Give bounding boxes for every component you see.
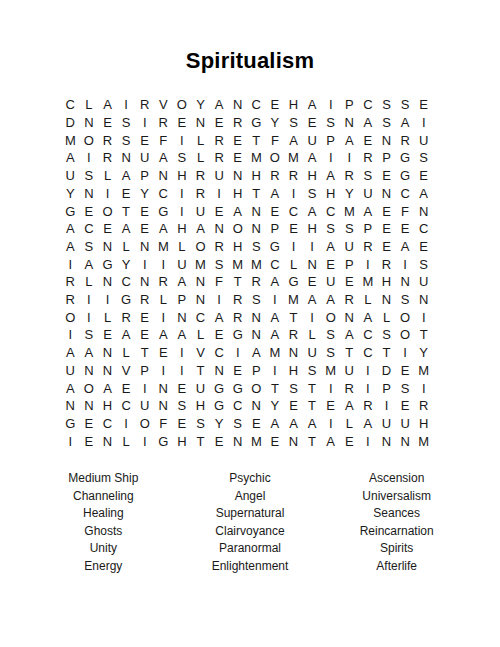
grid-cell[interactable]: A	[284, 131, 303, 149]
grid-cell[interactable]: N	[98, 273, 117, 291]
grid-cell[interactable]: I	[284, 238, 303, 256]
grid-cell[interactable]: G	[396, 167, 415, 185]
grid-cell[interactable]: H	[284, 362, 303, 380]
grid-cell[interactable]: E	[98, 114, 117, 132]
grid-cell[interactable]: L	[359, 291, 378, 309]
grid-cell[interactable]: Y	[61, 185, 80, 203]
grid-cell[interactable]: N	[191, 273, 210, 291]
grid-cell[interactable]: S	[247, 291, 266, 309]
grid-cell[interactable]: E	[80, 432, 99, 450]
grid-cell[interactable]: E	[284, 397, 303, 415]
grid-cell[interactable]: T	[284, 308, 303, 326]
grid-cell[interactable]: T	[340, 344, 359, 362]
grid-cell[interactable]: E	[210, 114, 229, 132]
grid-cell[interactable]: I	[321, 415, 340, 433]
grid-cell[interactable]: R	[340, 291, 359, 309]
grid-cell[interactable]: R	[340, 167, 359, 185]
grid-cell[interactable]: I	[117, 96, 136, 114]
grid-cell[interactable]: E	[98, 326, 117, 344]
grid-cell[interactable]: L	[98, 308, 117, 326]
grid-cell[interactable]: S	[303, 362, 322, 380]
grid-cell[interactable]: R	[359, 149, 378, 167]
grid-cell[interactable]: O	[173, 96, 192, 114]
grid-cell[interactable]: N	[377, 131, 396, 149]
grid-cell[interactable]: I	[173, 344, 192, 362]
grid-cell[interactable]: H	[173, 432, 192, 450]
grid-cell[interactable]: O	[191, 238, 210, 256]
grid-cell[interactable]: E	[321, 397, 340, 415]
grid-cell[interactable]: S	[377, 326, 396, 344]
grid-cell[interactable]: I	[266, 291, 285, 309]
grid-cell[interactable]: E	[266, 96, 285, 114]
grid-cell[interactable]: G	[247, 114, 266, 132]
grid-cell[interactable]: L	[340, 415, 359, 433]
grid-cell[interactable]: P	[377, 379, 396, 397]
grid-cell[interactable]: S	[321, 326, 340, 344]
grid-cell[interactable]: E	[359, 131, 378, 149]
grid-cell[interactable]: E	[98, 220, 117, 238]
grid-cell[interactable]: A	[191, 220, 210, 238]
grid-cell[interactable]: C	[247, 96, 266, 114]
grid-cell[interactable]: O	[80, 131, 99, 149]
grid-cell[interactable]: E	[247, 415, 266, 433]
grid-cell[interactable]: T	[414, 326, 433, 344]
grid-cell[interactable]: S	[414, 255, 433, 273]
grid-cell[interactable]: T	[266, 379, 285, 397]
grid-cell[interactable]: U	[303, 344, 322, 362]
grid-cell[interactable]: N	[396, 432, 415, 450]
grid-cell[interactable]: U	[191, 379, 210, 397]
grid-cell[interactable]: A	[359, 308, 378, 326]
grid-cell[interactable]: N	[247, 326, 266, 344]
grid-cell[interactable]: L	[98, 167, 117, 185]
grid-cell[interactable]: R	[247, 273, 266, 291]
grid-cell[interactable]: S	[117, 131, 136, 149]
grid-cell[interactable]: U	[303, 131, 322, 149]
grid-cell[interactable]: C	[80, 220, 99, 238]
grid-cell[interactable]: E	[414, 96, 433, 114]
grid-cell[interactable]: Y	[191, 96, 210, 114]
grid-cell[interactable]: R	[377, 255, 396, 273]
grid-cell[interactable]: N	[80, 185, 99, 203]
grid-cell[interactable]: C	[396, 185, 415, 203]
grid-cell[interactable]: I	[80, 149, 99, 167]
grid-cell[interactable]: G	[266, 238, 285, 256]
grid-cell[interactable]: Y	[340, 185, 359, 203]
grid-cell[interactable]: S	[377, 96, 396, 114]
grid-cell[interactable]: I	[61, 326, 80, 344]
grid-cell[interactable]: U	[377, 415, 396, 433]
grid-cell[interactable]: A	[340, 326, 359, 344]
grid-cell[interactable]: H	[377, 273, 396, 291]
grid-cell[interactable]: A	[61, 238, 80, 256]
grid-cell[interactable]: D	[61, 114, 80, 132]
grid-cell[interactable]: N	[340, 114, 359, 132]
grid-cell[interactable]: N	[135, 273, 154, 291]
grid-cell[interactable]: R	[396, 131, 415, 149]
grid-cell[interactable]: I	[396, 344, 415, 362]
grid-cell[interactable]: U	[191, 202, 210, 220]
grid-cell[interactable]: L	[173, 238, 192, 256]
grid-cell[interactable]: P	[377, 149, 396, 167]
grid-cell[interactable]: O	[266, 149, 285, 167]
grid-cell[interactable]: S	[321, 344, 340, 362]
grid-cell[interactable]: E	[228, 149, 247, 167]
grid-cell[interactable]: M	[284, 291, 303, 309]
grid-cell[interactable]: O	[228, 220, 247, 238]
grid-cell[interactable]: R	[61, 273, 80, 291]
grid-cell[interactable]: L	[284, 255, 303, 273]
grid-cell[interactable]: A	[340, 397, 359, 415]
grid-cell[interactable]: N	[210, 220, 229, 238]
grid-cell[interactable]: I	[210, 185, 229, 203]
grid-cell[interactable]: N	[98, 344, 117, 362]
grid-cell[interactable]: I	[396, 255, 415, 273]
grid-cell[interactable]: G	[154, 202, 173, 220]
grid-cell[interactable]: G	[210, 397, 229, 415]
grid-cell[interactable]: E	[135, 326, 154, 344]
grid-cell[interactable]: R	[228, 114, 247, 132]
grid-cell[interactable]: C	[61, 96, 80, 114]
grid-cell[interactable]: M	[414, 362, 433, 380]
grid-cell[interactable]: C	[117, 397, 136, 415]
grid-cell[interactable]: E	[80, 415, 99, 433]
grid-cell[interactable]: P	[247, 362, 266, 380]
grid-cell[interactable]: G	[228, 326, 247, 344]
grid-cell[interactable]: P	[266, 220, 285, 238]
grid-cell[interactable]: N	[98, 238, 117, 256]
grid-cell[interactable]: H	[303, 220, 322, 238]
grid-cell[interactable]: L	[117, 238, 136, 256]
grid-cell[interactable]: A	[154, 149, 173, 167]
grid-cell[interactable]: H	[228, 185, 247, 203]
grid-cell[interactable]: A	[266, 326, 285, 344]
grid-cell[interactable]: M	[61, 131, 80, 149]
grid-cell[interactable]: T	[303, 379, 322, 397]
grid-cell[interactable]: A	[117, 326, 136, 344]
grid-cell[interactable]: G	[61, 202, 80, 220]
grid-cell[interactable]: U	[61, 362, 80, 380]
grid-cell[interactable]: L	[303, 326, 322, 344]
grid-cell[interactable]: N	[247, 308, 266, 326]
grid-cell[interactable]: U	[340, 362, 359, 380]
grid-cell[interactable]: M	[191, 255, 210, 273]
grid-cell[interactable]: N	[228, 167, 247, 185]
grid-cell[interactable]: N	[377, 185, 396, 203]
grid-cell[interactable]: I	[173, 202, 192, 220]
grid-cell[interactable]: S	[80, 326, 99, 344]
grid-cell[interactable]: N	[377, 432, 396, 450]
grid-cell[interactable]: N	[98, 432, 117, 450]
grid-cell[interactable]: L	[117, 344, 136, 362]
grid-cell[interactable]: T	[135, 344, 154, 362]
grid-cell[interactable]: L	[191, 131, 210, 149]
grid-cell[interactable]: U	[414, 273, 433, 291]
grid-cell[interactable]: F	[210, 273, 229, 291]
grid-cell[interactable]: A	[266, 273, 285, 291]
grid-cell[interactable]: E	[414, 167, 433, 185]
grid-cell[interactable]: E	[414, 238, 433, 256]
grid-cell[interactable]: A	[210, 308, 229, 326]
grid-cell[interactable]: S	[321, 220, 340, 238]
grid-cell[interactable]: A	[266, 185, 285, 203]
grid-cell[interactable]: O	[98, 202, 117, 220]
grid-cell[interactable]: O	[321, 308, 340, 326]
grid-cell[interactable]: R	[154, 273, 173, 291]
grid-cell[interactable]: A	[303, 202, 322, 220]
grid-cell[interactable]: A	[321, 238, 340, 256]
grid-cell[interactable]: I	[359, 255, 378, 273]
grid-cell[interactable]: A	[303, 291, 322, 309]
grid-cell[interactable]: I	[414, 308, 433, 326]
grid-cell[interactable]: E	[377, 202, 396, 220]
grid-cell[interactable]: E	[173, 415, 192, 433]
grid-cell[interactable]: H	[98, 397, 117, 415]
grid-cell[interactable]: G	[154, 432, 173, 450]
grid-cell[interactable]: A	[210, 96, 229, 114]
grid-cell[interactable]: A	[340, 131, 359, 149]
grid-cell[interactable]: E	[377, 238, 396, 256]
grid-cell[interactable]: E	[377, 167, 396, 185]
grid-cell[interactable]: N	[191, 114, 210, 132]
grid-cell[interactable]: N	[284, 432, 303, 450]
grid-cell[interactable]: U	[359, 185, 378, 203]
grid-cell[interactable]: T	[303, 397, 322, 415]
grid-cell[interactable]: E	[228, 362, 247, 380]
grid-cell[interactable]: I	[414, 114, 433, 132]
grid-cell[interactable]: R	[284, 167, 303, 185]
grid-cell[interactable]: V	[191, 344, 210, 362]
grid-cell[interactable]: R	[228, 291, 247, 309]
grid-cell[interactable]: M	[359, 273, 378, 291]
grid-cell[interactable]: S	[396, 291, 415, 309]
grid-cell[interactable]: I	[135, 379, 154, 397]
grid-cell[interactable]: U	[396, 415, 415, 433]
grid-cell[interactable]: A	[321, 291, 340, 309]
grid-cell[interactable]: L	[191, 149, 210, 167]
grid-cell[interactable]: S	[80, 167, 99, 185]
grid-cell[interactable]: E	[154, 344, 173, 362]
grid-cell[interactable]: Y	[117, 255, 136, 273]
grid-cell[interactable]: S	[284, 379, 303, 397]
grid-cell[interactable]: E	[321, 255, 340, 273]
grid-cell[interactable]: M	[284, 149, 303, 167]
grid-cell[interactable]: I	[173, 185, 192, 203]
grid-cell[interactable]: N	[135, 238, 154, 256]
grid-cell[interactable]: R	[61, 291, 80, 309]
grid-cell[interactable]: A	[321, 167, 340, 185]
grid-cell[interactable]: C	[321, 202, 340, 220]
grid-cell[interactable]: S	[173, 397, 192, 415]
grid-cell[interactable]: R	[210, 238, 229, 256]
grid-cell[interactable]: P	[173, 291, 192, 309]
grid-cell[interactable]: A	[80, 344, 99, 362]
grid-cell[interactable]: U	[61, 167, 80, 185]
grid-cell[interactable]: S	[396, 96, 415, 114]
grid-cell[interactable]: G	[117, 291, 136, 309]
grid-cell[interactable]: Y	[266, 397, 285, 415]
grid-cell[interactable]: R	[98, 149, 117, 167]
grid-cell[interactable]: R	[228, 308, 247, 326]
grid-cell[interactable]: C	[117, 273, 136, 291]
grid-cell[interactable]: N	[396, 273, 415, 291]
grid-cell[interactable]: S	[228, 415, 247, 433]
grid-cell[interactable]: G	[210, 379, 229, 397]
grid-cell[interactable]: N	[80, 114, 99, 132]
grid-cell[interactable]: A	[247, 344, 266, 362]
grid-cell[interactable]: O	[247, 379, 266, 397]
grid-cell[interactable]: H	[191, 397, 210, 415]
grid-cell[interactable]: A	[266, 308, 285, 326]
grid-cell[interactable]: I	[321, 379, 340, 397]
grid-cell[interactable]: U	[414, 131, 433, 149]
grid-cell[interactable]: U	[135, 397, 154, 415]
grid-cell[interactable]: E	[396, 362, 415, 380]
grid-cell[interactable]: N	[154, 397, 173, 415]
grid-cell[interactable]: T	[191, 432, 210, 450]
grid-cell[interactable]: H	[321, 185, 340, 203]
grid-cell[interactable]: R	[135, 96, 154, 114]
grid-cell[interactable]: P	[340, 255, 359, 273]
grid-cell[interactable]: I	[266, 362, 285, 380]
grid-cell[interactable]: T	[117, 202, 136, 220]
grid-cell[interactable]: A	[154, 220, 173, 238]
grid-cell[interactable]: H	[303, 167, 322, 185]
grid-cell[interactable]: G	[396, 149, 415, 167]
grid-cell[interactable]: F	[266, 131, 285, 149]
grid-cell[interactable]: U	[340, 238, 359, 256]
grid-cell[interactable]: H	[173, 220, 192, 238]
grid-cell[interactable]: S	[303, 185, 322, 203]
grid-cell[interactable]: N	[377, 291, 396, 309]
grid-cell[interactable]: U	[135, 149, 154, 167]
grid-cell[interactable]: R	[210, 149, 229, 167]
grid-cell[interactable]: H	[247, 167, 266, 185]
grid-cell[interactable]: I	[135, 432, 154, 450]
grid-cell[interactable]: H	[284, 96, 303, 114]
grid-cell[interactable]: H	[173, 167, 192, 185]
grid-cell[interactable]: A	[396, 238, 415, 256]
grid-cell[interactable]: C	[210, 344, 229, 362]
grid-cell[interactable]: I	[173, 362, 192, 380]
grid-cell[interactable]: E	[135, 308, 154, 326]
grid-cell[interactable]: A	[154, 326, 173, 344]
grid-cell[interactable]: I	[321, 96, 340, 114]
grid-cell[interactable]: N	[414, 291, 433, 309]
grid-cell[interactable]: Y	[266, 114, 285, 132]
grid-cell[interactable]: M	[247, 255, 266, 273]
grid-cell[interactable]: F	[396, 202, 415, 220]
grid-cell[interactable]: S	[359, 167, 378, 185]
grid-cell[interactable]: I	[98, 185, 117, 203]
grid-cell[interactable]: A	[359, 114, 378, 132]
grid-cell[interactable]: I	[228, 344, 247, 362]
grid-cell[interactable]: F	[154, 415, 173, 433]
grid-cell[interactable]: R	[359, 238, 378, 256]
grid-cell[interactable]: A	[359, 202, 378, 220]
grid-cell[interactable]: A	[173, 326, 192, 344]
grid-cell[interactable]: A	[303, 96, 322, 114]
grid-cell[interactable]: E	[340, 432, 359, 450]
grid-cell[interactable]: N	[173, 308, 192, 326]
grid-cell[interactable]: R	[414, 397, 433, 415]
grid-cell[interactable]: A	[321, 432, 340, 450]
grid-cell[interactable]: E	[284, 220, 303, 238]
grid-cell[interactable]: S	[396, 379, 415, 397]
grid-cell[interactable]: E	[396, 220, 415, 238]
grid-cell[interactable]: I	[173, 131, 192, 149]
grid-cell[interactable]: M	[247, 149, 266, 167]
grid-cell[interactable]: P	[135, 167, 154, 185]
grid-cell[interactable]: C	[191, 308, 210, 326]
grid-cell[interactable]: I	[414, 379, 433, 397]
grid-cell[interactable]: U	[173, 255, 192, 273]
grid-cell[interactable]: M	[228, 255, 247, 273]
grid-cell[interactable]: A	[228, 202, 247, 220]
grid-cell[interactable]: S	[340, 220, 359, 238]
grid-cell[interactable]: C	[266, 255, 285, 273]
grid-cell[interactable]: N	[228, 432, 247, 450]
grid-cell[interactable]: E	[173, 379, 192, 397]
grid-cell[interactable]: C	[414, 220, 433, 238]
grid-cell[interactable]: E	[210, 326, 229, 344]
grid-cell[interactable]: I	[154, 255, 173, 273]
grid-cell[interactable]: T	[247, 185, 266, 203]
grid-cell[interactable]: E	[210, 432, 229, 450]
grid-cell[interactable]: I	[284, 185, 303, 203]
grid-cell[interactable]: I	[80, 291, 99, 309]
grid-cell[interactable]: N	[154, 167, 173, 185]
grid-cell[interactable]: E	[135, 202, 154, 220]
grid-cell[interactable]: L	[117, 432, 136, 450]
grid-cell[interactable]: A	[61, 220, 80, 238]
grid-cell[interactable]: M	[266, 344, 285, 362]
grid-cell[interactable]: E	[228, 131, 247, 149]
grid-cell[interactable]: U	[210, 167, 229, 185]
grid-cell[interactable]: T	[228, 273, 247, 291]
grid-cell[interactable]: C	[154, 185, 173, 203]
grid-cell[interactable]: A	[61, 149, 80, 167]
grid-cell[interactable]: S	[191, 415, 210, 433]
grid-cell[interactable]: O	[135, 415, 154, 433]
grid-cell[interactable]: E	[80, 202, 99, 220]
grid-cell[interactable]: C	[359, 96, 378, 114]
grid-cell[interactable]: A	[266, 415, 285, 433]
grid-cell[interactable]: I	[80, 308, 99, 326]
grid-cell[interactable]: I	[340, 149, 359, 167]
grid-cell[interactable]: A	[98, 96, 117, 114]
grid-cell[interactable]: T	[303, 432, 322, 450]
grid-cell[interactable]: R	[284, 326, 303, 344]
grid-cell[interactable]: A	[61, 344, 80, 362]
grid-cell[interactable]: H	[414, 415, 433, 433]
grid-cell[interactable]: I	[135, 255, 154, 273]
grid-cell[interactable]: I	[377, 397, 396, 415]
grid-cell[interactable]: L	[191, 326, 210, 344]
grid-cell[interactable]: A	[98, 379, 117, 397]
grid-cell[interactable]: T	[247, 131, 266, 149]
grid-cell[interactable]: Y	[135, 185, 154, 203]
grid-cell[interactable]: E	[396, 397, 415, 415]
grid-cell[interactable]: E	[266, 202, 285, 220]
grid-cell[interactable]: A	[303, 415, 322, 433]
grid-cell[interactable]: N	[228, 96, 247, 114]
grid-cell[interactable]: P	[135, 362, 154, 380]
grid-cell[interactable]: G	[228, 379, 247, 397]
grid-cell[interactable]: Y	[210, 415, 229, 433]
grid-cell[interactable]: N	[247, 202, 266, 220]
grid-cell[interactable]: F	[154, 131, 173, 149]
